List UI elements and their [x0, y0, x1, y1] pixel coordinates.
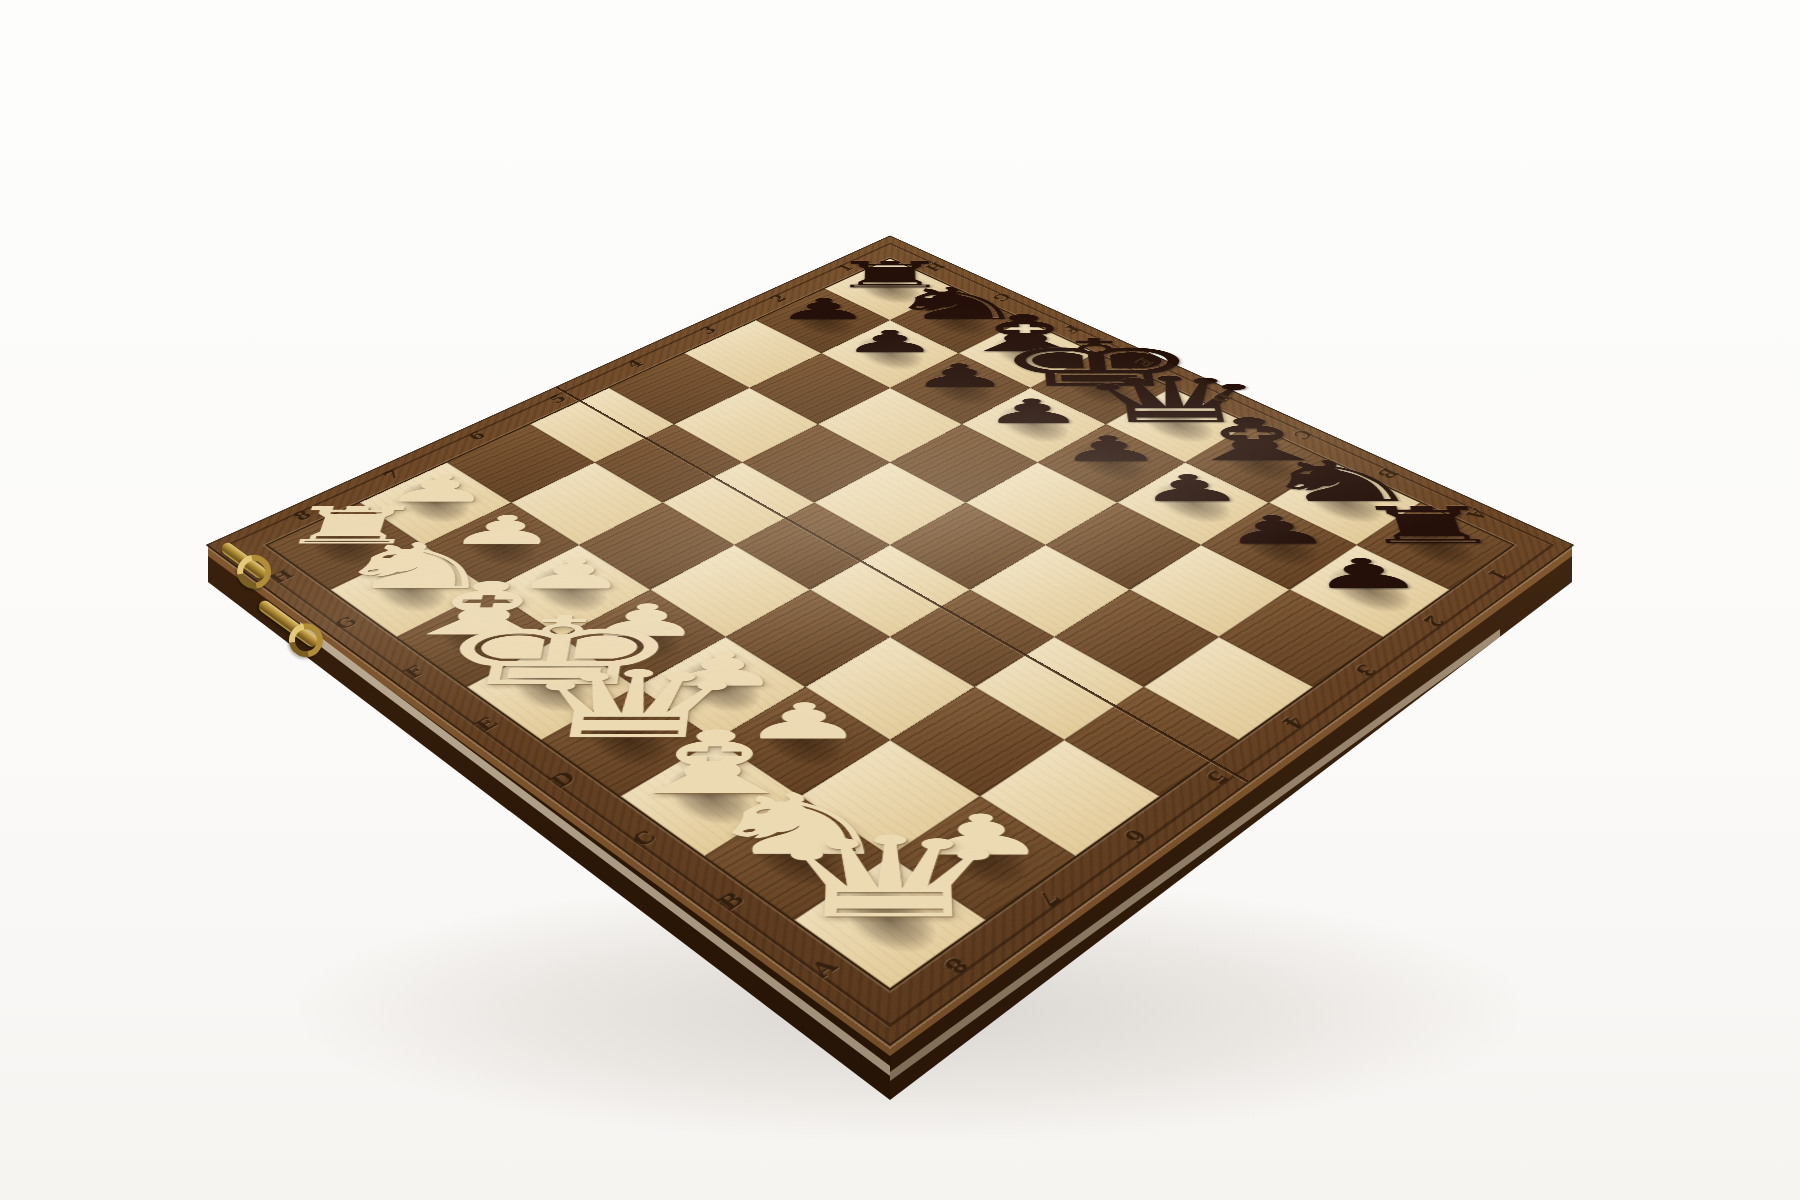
file-label: D — [544, 767, 580, 790]
rank-label: 6 — [1119, 825, 1156, 849]
chess-board: ♜♞♟♝♟♚♟♛♟♝♟♞♟♟♜♟♟♜♟♟♞♟♝♟♚♟♛♝♟♞♛ HH11GG22… — [208, 236, 1571, 1043]
black-pawn-f2[interactable]: ♟ — [908, 360, 1012, 392]
playing-area: ♜♞♟♝♟♚♟♛♟♝♟♞♟♟♜♟♟♜♟♟♞♟♝♟♚♟♛♝♟♞♛ — [268, 259, 1513, 989]
black-pawn-g2[interactable]: ♟ — [839, 326, 940, 357]
rank-label: 4 — [620, 356, 648, 370]
rank-label: 7 — [1031, 887, 1069, 913]
black-pawn-d2[interactable]: ♟ — [1054, 431, 1167, 466]
black-pawn-b2[interactable]: ♟ — [1214, 511, 1337, 550]
rank-label: 8 — [938, 953, 977, 981]
black-rook-a1[interactable]: ♜ — [1346, 500, 1512, 551]
black-pawn-a2[interactable]: ♟ — [1301, 553, 1430, 594]
file-label: B — [711, 887, 749, 913]
rank-label: 2 — [1419, 613, 1452, 632]
rank-label: 3 — [694, 323, 721, 336]
file-label: C — [625, 825, 662, 849]
black-pawn-e2[interactable]: ♟ — [979, 395, 1088, 429]
file-label: G — [329, 613, 362, 632]
rank-label: 3 — [1350, 661, 1384, 681]
rank-label: 1 — [1484, 567, 1516, 585]
rank-label: 6 — [462, 428, 491, 443]
chess-scene: ♜♞♟♝♟♚♟♛♟♝♟♞♟♟♜♟♟♜♟♟♞♟♝♟♚♟♛♝♟♞♛ HH11GG22… — [408, 63, 1372, 1027]
rank-label: 4 — [1278, 713, 1313, 734]
file-label: A — [803, 953, 842, 981]
file-label: E — [468, 713, 503, 734]
black-pawn-c2[interactable]: ♟ — [1132, 470, 1250, 507]
white-queen-a8[interactable]: ♛ — [753, 822, 1027, 934]
